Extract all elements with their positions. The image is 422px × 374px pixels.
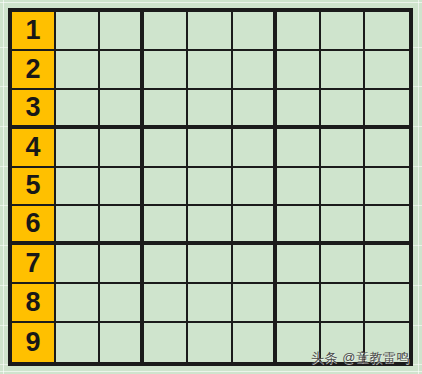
- cell-empty-r6c5[interactable]: [188, 206, 232, 245]
- cell-empty-r9c2[interactable]: [56, 323, 100, 362]
- cell-empty-r5c9[interactable]: [365, 168, 409, 207]
- cell-empty-r7c8[interactable]: [321, 245, 365, 284]
- cell-empty-r8c8[interactable]: [321, 284, 365, 323]
- cell-empty-r6c8[interactable]: [321, 206, 365, 245]
- cell-empty-r1c3[interactable]: [100, 12, 144, 51]
- cell-empty-r2c2[interactable]: [56, 51, 100, 90]
- cell-empty-r2c3[interactable]: [100, 51, 144, 90]
- cell-given-r6c1[interactable]: 6: [12, 206, 56, 245]
- cell-empty-r9c6[interactable]: [233, 323, 277, 362]
- cell-empty-r9c4[interactable]: [144, 323, 188, 362]
- cell-empty-r2c9[interactable]: [365, 51, 409, 90]
- cell-empty-r4c8[interactable]: [321, 129, 365, 168]
- cell-empty-r3c2[interactable]: [56, 90, 100, 129]
- cell-empty-r1c8[interactable]: [321, 12, 365, 51]
- cell-empty-r5c5[interactable]: [188, 168, 232, 207]
- cell-empty-r6c2[interactable]: [56, 206, 100, 245]
- cell-empty-r4c5[interactable]: [188, 129, 232, 168]
- cell-empty-r4c2[interactable]: [56, 129, 100, 168]
- cell-given-r5c1[interactable]: 5: [12, 168, 56, 207]
- cell-empty-r7c4[interactable]: [144, 245, 188, 284]
- cell-empty-r7c9[interactable]: [365, 245, 409, 284]
- cell-given-r2c1[interactable]: 2: [12, 51, 56, 90]
- cell-empty-r8c3[interactable]: [100, 284, 144, 323]
- cell-empty-r4c9[interactable]: [365, 129, 409, 168]
- cell-empty-r3c8[interactable]: [321, 90, 365, 129]
- cell-empty-r8c7[interactable]: [277, 284, 321, 323]
- cell-empty-r8c2[interactable]: [56, 284, 100, 323]
- cell-empty-r3c4[interactable]: [144, 90, 188, 129]
- cell-empty-r1c4[interactable]: [144, 12, 188, 51]
- cell-empty-r2c7[interactable]: [277, 51, 321, 90]
- cell-empty-r5c2[interactable]: [56, 168, 100, 207]
- cell-empty-r7c6[interactable]: [233, 245, 277, 284]
- cell-empty-r9c3[interactable]: [100, 323, 144, 362]
- cell-empty-r5c6[interactable]: [233, 168, 277, 207]
- cell-given-r1c1[interactable]: 1: [12, 12, 56, 51]
- cell-empty-r4c7[interactable]: [277, 129, 321, 168]
- cell-empty-r4c4[interactable]: [144, 129, 188, 168]
- cell-empty-r5c3[interactable]: [100, 168, 144, 207]
- cell-empty-r8c9[interactable]: [365, 284, 409, 323]
- cell-empty-r4c3[interactable]: [100, 129, 144, 168]
- cell-empty-r5c8[interactable]: [321, 168, 365, 207]
- margin-gridline-left: [3, 0, 4, 374]
- cell-empty-r2c8[interactable]: [321, 51, 365, 90]
- cell-empty-r8c5[interactable]: [188, 284, 232, 323]
- cell-given-r4c1[interactable]: 4: [12, 129, 56, 168]
- margin-gridline-top: [0, 2, 422, 3]
- cell-empty-r3c5[interactable]: [188, 90, 232, 129]
- cell-empty-r2c5[interactable]: [188, 51, 232, 90]
- cell-empty-r3c9[interactable]: [365, 90, 409, 129]
- cell-empty-r6c9[interactable]: [365, 206, 409, 245]
- cell-empty-r6c4[interactable]: [144, 206, 188, 245]
- cell-empty-r7c3[interactable]: [100, 245, 144, 284]
- cell-empty-r3c3[interactable]: [100, 90, 144, 129]
- margin-gridline-right: [418, 0, 419, 374]
- cell-empty-r5c4[interactable]: [144, 168, 188, 207]
- margin-gridline-bottom: [0, 371, 422, 372]
- cell-empty-r7c7[interactable]: [277, 245, 321, 284]
- cell-empty-r1c9[interactable]: [365, 12, 409, 51]
- cell-empty-r7c2[interactable]: [56, 245, 100, 284]
- cell-given-r8c1[interactable]: 8: [12, 284, 56, 323]
- cell-empty-r1c2[interactable]: [56, 12, 100, 51]
- cell-empty-r1c5[interactable]: [188, 12, 232, 51]
- cell-empty-r6c6[interactable]: [233, 206, 277, 245]
- cell-empty-r3c6[interactable]: [233, 90, 277, 129]
- cell-given-r3c1[interactable]: 3: [12, 90, 56, 129]
- cell-empty-r2c6[interactable]: [233, 51, 277, 90]
- cell-given-r9c1[interactable]: 9: [12, 323, 56, 362]
- cell-empty-r4c6[interactable]: [233, 129, 277, 168]
- cell-given-r7c1[interactable]: 7: [12, 245, 56, 284]
- cell-empty-r7c5[interactable]: [188, 245, 232, 284]
- cell-empty-r3c7[interactable]: [277, 90, 321, 129]
- spreadsheet-canvas: { "game": "sudoku", "position": "1......…: [0, 0, 422, 374]
- cell-empty-r1c6[interactable]: [233, 12, 277, 51]
- watermark-text: 头条 @童教雷鸣: [311, 349, 410, 367]
- cell-empty-r8c4[interactable]: [144, 284, 188, 323]
- cell-empty-r8c6[interactable]: [233, 284, 277, 323]
- cell-empty-r5c7[interactable]: [277, 168, 321, 207]
- cell-empty-r9c5[interactable]: [188, 323, 232, 362]
- cell-empty-r1c7[interactable]: [277, 12, 321, 51]
- cell-empty-r6c7[interactable]: [277, 206, 321, 245]
- cell-empty-r2c4[interactable]: [144, 51, 188, 90]
- cell-empty-r6c3[interactable]: [100, 206, 144, 245]
- sudoku-board: 123456789: [8, 8, 413, 366]
